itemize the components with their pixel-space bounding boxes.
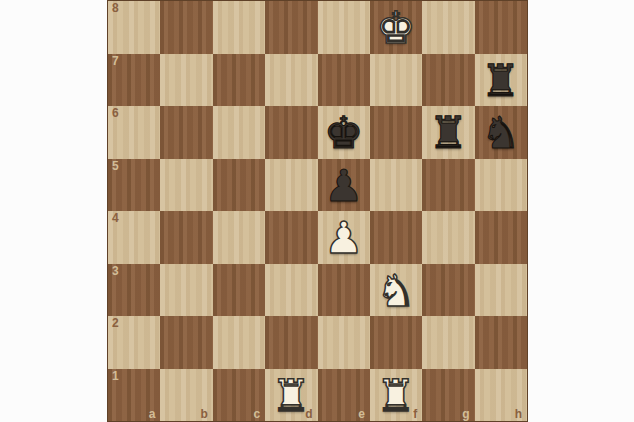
square-f2[interactable] — [370, 316, 422, 369]
file-label-h: h — [515, 407, 522, 421]
square-b6[interactable] — [160, 106, 212, 159]
square-f8[interactable]: ♚ — [370, 1, 422, 54]
file-label-a: a — [149, 407, 156, 421]
square-e7[interactable] — [318, 54, 370, 107]
square-f4[interactable] — [370, 211, 422, 264]
white-rook-f1[interactable]: ♜ — [376, 374, 415, 418]
square-d7[interactable] — [265, 54, 317, 107]
square-c8[interactable] — [213, 1, 265, 54]
file-label-g: g — [462, 407, 469, 421]
square-b8[interactable] — [160, 1, 212, 54]
square-d6[interactable] — [265, 106, 317, 159]
rank-label-2: 2 — [112, 317, 119, 330]
square-a7[interactable]: 7 — [108, 54, 160, 107]
square-h8[interactable] — [475, 1, 527, 54]
square-d2[interactable] — [265, 316, 317, 369]
square-c7[interactable] — [213, 54, 265, 107]
square-c4[interactable] — [213, 211, 265, 264]
square-a2[interactable]: 2 — [108, 316, 160, 369]
square-e2[interactable] — [318, 316, 370, 369]
square-a1[interactable]: 1a — [108, 369, 160, 422]
square-b2[interactable] — [160, 316, 212, 369]
square-e6[interactable]: ♚ — [318, 106, 370, 159]
square-g6[interactable]: ♜ — [422, 106, 474, 159]
square-h3[interactable] — [475, 264, 527, 317]
square-f6[interactable] — [370, 106, 422, 159]
square-h4[interactable] — [475, 211, 527, 264]
square-b4[interactable] — [160, 211, 212, 264]
white-king-f8[interactable]: ♚ — [376, 6, 415, 50]
square-h6[interactable]: ♞ — [475, 106, 527, 159]
square-g4[interactable] — [422, 211, 474, 264]
square-c6[interactable] — [213, 106, 265, 159]
square-e4[interactable]: ♟ — [318, 211, 370, 264]
square-f3[interactable]: ♞ — [370, 264, 422, 317]
square-b3[interactable] — [160, 264, 212, 317]
square-a5[interactable]: 5 — [108, 159, 160, 212]
square-f1[interactable]: f♜ — [370, 369, 422, 422]
square-d3[interactable] — [265, 264, 317, 317]
rank-label-3: 3 — [112, 265, 119, 278]
square-h2[interactable] — [475, 316, 527, 369]
square-c3[interactable] — [213, 264, 265, 317]
square-f7[interactable] — [370, 54, 422, 107]
rank-label-7: 7 — [112, 55, 119, 68]
white-rook-d1[interactable]: ♜ — [272, 374, 311, 418]
square-b5[interactable] — [160, 159, 212, 212]
square-c5[interactable] — [213, 159, 265, 212]
square-h5[interactable] — [475, 159, 527, 212]
page-background: 8♚7♜6♚♜♞5♟4♟3♞21abcd♜ef♜gh — [0, 0, 634, 422]
black-pawn-e5[interactable]: ♟ — [324, 164, 363, 208]
square-e8[interactable] — [318, 1, 370, 54]
file-label-e: e — [358, 407, 365, 421]
square-b1[interactable]: b — [160, 369, 212, 422]
square-e1[interactable]: e — [318, 369, 370, 422]
chess-board: 8♚7♜6♚♜♞5♟4♟3♞21abcd♜ef♜gh — [107, 0, 528, 422]
square-b7[interactable] — [160, 54, 212, 107]
square-h1[interactable]: h — [475, 369, 527, 422]
square-e3[interactable] — [318, 264, 370, 317]
square-g1[interactable]: g — [422, 369, 474, 422]
black-king-e6[interactable]: ♚ — [324, 111, 363, 155]
rank-label-4: 4 — [112, 212, 119, 225]
square-d5[interactable] — [265, 159, 317, 212]
square-d1[interactable]: d♜ — [265, 369, 317, 422]
black-rook-h7[interactable]: ♜ — [481, 59, 520, 103]
file-label-c: c — [253, 407, 260, 421]
rank-label-6: 6 — [112, 107, 119, 120]
square-a3[interactable]: 3 — [108, 264, 160, 317]
square-c2[interactable] — [213, 316, 265, 369]
square-a8[interactable]: 8 — [108, 1, 160, 54]
square-g7[interactable] — [422, 54, 474, 107]
square-d8[interactable] — [265, 1, 317, 54]
rank-label-8: 8 — [112, 2, 119, 15]
square-d4[interactable] — [265, 211, 317, 264]
rank-label-1: 1 — [112, 370, 119, 383]
square-a6[interactable]: 6 — [108, 106, 160, 159]
square-g8[interactable] — [422, 1, 474, 54]
black-rook-g6[interactable]: ♜ — [429, 111, 468, 155]
rank-label-5: 5 — [112, 160, 119, 173]
square-e5[interactable]: ♟ — [318, 159, 370, 212]
black-knight-h6[interactable]: ♞ — [481, 111, 520, 155]
square-f5[interactable] — [370, 159, 422, 212]
square-h7[interactable]: ♜ — [475, 54, 527, 107]
square-g5[interactable] — [422, 159, 474, 212]
file-label-b: b — [200, 407, 207, 421]
square-g2[interactable] — [422, 316, 474, 369]
white-knight-f3[interactable]: ♞ — [376, 269, 415, 313]
square-g3[interactable] — [422, 264, 474, 317]
white-pawn-e4[interactable]: ♟ — [324, 216, 363, 260]
square-c1[interactable]: c — [213, 369, 265, 422]
square-a4[interactable]: 4 — [108, 211, 160, 264]
